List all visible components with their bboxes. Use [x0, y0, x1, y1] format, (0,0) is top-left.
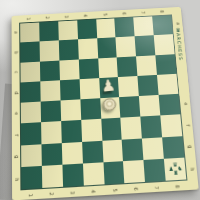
square-g2 [142, 137, 164, 160]
logo-diamond: ♛♞♟♜ [167, 161, 183, 177]
square-b5 [40, 80, 60, 102]
square-a4 [21, 102, 41, 124]
square-e2 [102, 139, 123, 162]
square-e3 [101, 118, 122, 140]
square-d6 [78, 58, 98, 79]
square-g1 [144, 159, 166, 182]
square-h4 [159, 94, 181, 116]
square-f3 [121, 117, 142, 139]
square-f6 [117, 56, 138, 77]
square-h2 [162, 136, 184, 159]
square-a6 [20, 61, 40, 82]
square-b6 [40, 60, 60, 81]
square-f5 [118, 76, 139, 97]
square-h1: ♛♞♟♜ [164, 157, 186, 180]
square-a1 [21, 166, 42, 190]
square-c2 [62, 141, 83, 164]
square-b8 [39, 21, 58, 41]
square-c4 [60, 99, 81, 121]
square-d4 [80, 98, 101, 120]
square-e6 [98, 57, 118, 78]
photo-of-chessboard-scene: 12345678 12345678 abcdefgh abcdefgh ♛ AR… [0, 0, 200, 200]
brand-text: ARCHESS [176, 33, 184, 61]
square-a5 [21, 81, 41, 103]
square-g7 [135, 35, 156, 55]
square-b1 [42, 164, 63, 188]
square-f1 [123, 160, 145, 183]
square-f8 [115, 17, 135, 37]
square-b4 [41, 100, 61, 122]
square-f4 [119, 96, 140, 118]
square-g3 [141, 116, 163, 138]
square-d5 [79, 78, 100, 99]
square-d2 [82, 140, 103, 163]
square-d1 [83, 162, 105, 185]
square-g8 [133, 16, 153, 36]
square-b3 [41, 121, 62, 143]
square-a7 [20, 42, 40, 63]
square-g5 [138, 75, 159, 96]
square-e1 [103, 161, 125, 184]
square-h6 [155, 54, 176, 75]
square-h3 [160, 115, 182, 137]
square-f7 [116, 36, 136, 56]
square-h7 [154, 34, 175, 54]
square-c6 [59, 59, 79, 80]
square-h5 [157, 74, 178, 95]
square-d3 [81, 119, 102, 141]
square-c7 [59, 40, 79, 61]
square-a8 [20, 23, 39, 43]
square-b2 [41, 143, 62, 166]
square-a3 [21, 122, 41, 145]
white-pawn-e5: ♟ [101, 78, 117, 95]
board-grid: ♛♞♟♜♟ [19, 14, 187, 190]
square-e8 [96, 18, 116, 38]
square-d8 [77, 19, 97, 39]
square-c5 [60, 79, 80, 100]
square-b7 [39, 41, 59, 62]
square-c3 [61, 120, 82, 142]
square-c8 [58, 20, 78, 40]
square-g6 [136, 55, 157, 76]
square-a2 [21, 144, 42, 167]
logo-piece-glyph: ♜ [172, 170, 178, 176]
square-e7 [97, 37, 117, 58]
square-c1 [62, 163, 83, 187]
square-f2 [122, 138, 144, 161]
chess-board: 12345678 12345678 abcdefgh abcdefgh ♛ AR… [12, 7, 199, 200]
diamond-of-chess-pieces: ♛♞♟♜ [164, 157, 186, 180]
square-h8 [152, 15, 173, 35]
square-d7 [78, 39, 98, 60]
square-g4 [139, 95, 160, 117]
